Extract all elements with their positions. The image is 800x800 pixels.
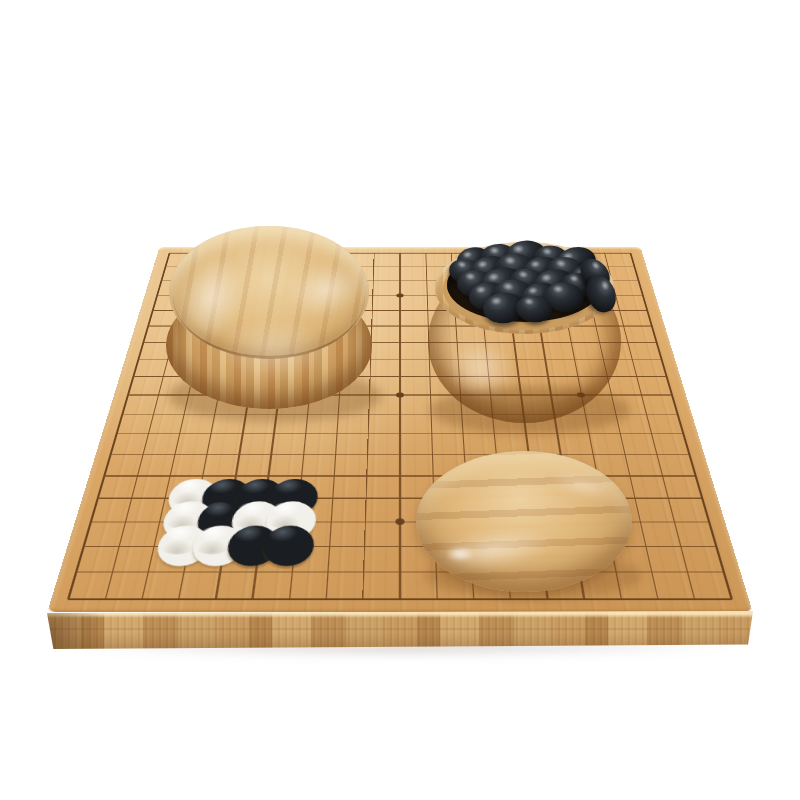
loose-bowl-lid (416, 451, 632, 592)
go-set-product-photo: ●●●●●●●●●●●● (0, 0, 800, 800)
board-front-edge (47, 611, 753, 649)
gloss-highlight (446, 547, 474, 561)
closed-stone-bowl (166, 226, 372, 409)
black-stone: ● (258, 521, 309, 562)
grid-line-horizontal (68, 598, 732, 600)
go-board-surface: ●●●●●●●●●●●● (47, 247, 753, 612)
gloss-highlight (218, 318, 330, 380)
open-stone-bowl (428, 242, 621, 423)
black-stone-pile (445, 240, 604, 328)
